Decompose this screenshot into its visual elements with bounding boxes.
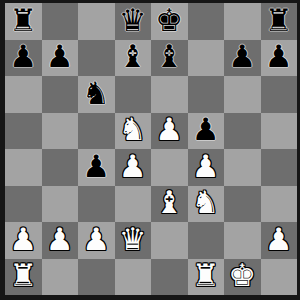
white-queen-d2: ♛ <box>119 224 147 255</box>
square-h1[interactable] <box>261 259 298 296</box>
square-d4[interactable]: ♟ <box>115 149 152 186</box>
square-e7[interactable]: ♝ <box>151 40 188 77</box>
square-b4[interactable] <box>42 149 79 186</box>
square-g1[interactable]: ♚ <box>224 259 261 296</box>
square-a8[interactable]: ♜ <box>5 3 42 40</box>
square-d1[interactable] <box>115 259 152 296</box>
square-d2[interactable]: ♛ <box>115 222 152 259</box>
white-pawn-c2: ♟ <box>82 224 110 255</box>
square-h8[interactable]: ♜ <box>261 3 298 40</box>
square-g4[interactable] <box>224 149 261 186</box>
square-d5[interactable]: ♞ <box>115 113 152 150</box>
square-f7[interactable] <box>188 40 225 77</box>
black-pawn-b7: ♟ <box>46 41 74 72</box>
white-bishop-e3: ♝ <box>155 187 183 218</box>
square-a4[interactable] <box>5 149 42 186</box>
black-rook-a8: ♜ <box>9 5 37 36</box>
white-king-g1: ♚ <box>228 260 256 291</box>
white-pawn-d4: ♟ <box>119 151 147 182</box>
black-pawn-a7: ♟ <box>9 41 37 72</box>
square-c7[interactable] <box>78 40 115 77</box>
black-bishop-e7: ♝ <box>155 41 183 72</box>
black-queen-d8: ♛ <box>119 5 147 36</box>
square-c8[interactable] <box>78 3 115 40</box>
square-d3[interactable] <box>115 186 152 223</box>
white-pawn-f4: ♟ <box>192 151 220 182</box>
black-rook-h8: ♜ <box>265 5 293 36</box>
white-rook-a1: ♜ <box>9 260 37 291</box>
square-e1[interactable] <box>151 259 188 296</box>
white-pawn-a2: ♟ <box>9 224 37 255</box>
square-a7[interactable]: ♟ <box>5 40 42 77</box>
square-g8[interactable] <box>224 3 261 40</box>
white-knight-f3: ♞ <box>192 187 220 218</box>
square-b7[interactable]: ♟ <box>42 40 79 77</box>
square-e2[interactable] <box>151 222 188 259</box>
black-knight-c6: ♞ <box>82 78 110 109</box>
square-b5[interactable] <box>42 113 79 150</box>
square-f8[interactable] <box>188 3 225 40</box>
black-king-e8: ♚ <box>155 5 183 36</box>
square-g3[interactable] <box>224 186 261 223</box>
square-a2[interactable]: ♟ <box>5 222 42 259</box>
black-pawn-f5: ♟ <box>192 114 220 145</box>
black-pawn-g7: ♟ <box>228 41 256 72</box>
square-c1[interactable] <box>78 259 115 296</box>
square-e5[interactable]: ♟ <box>151 113 188 150</box>
square-c6[interactable]: ♞ <box>78 76 115 113</box>
white-pawn-e5: ♟ <box>155 114 183 145</box>
square-c2[interactable]: ♟ <box>78 222 115 259</box>
black-bishop-d7: ♝ <box>119 41 147 72</box>
square-c5[interactable] <box>78 113 115 150</box>
square-c4[interactable]: ♟ <box>78 149 115 186</box>
square-d6[interactable] <box>115 76 152 113</box>
square-c3[interactable] <box>78 186 115 223</box>
white-rook-f1: ♜ <box>192 260 220 291</box>
square-f3[interactable]: ♞ <box>188 186 225 223</box>
square-a1[interactable]: ♜ <box>5 259 42 296</box>
square-h2[interactable]: ♟ <box>261 222 298 259</box>
square-f4[interactable]: ♟ <box>188 149 225 186</box>
square-a3[interactable] <box>5 186 42 223</box>
square-g7[interactable]: ♟ <box>224 40 261 77</box>
square-b8[interactable] <box>42 3 79 40</box>
square-h5[interactable] <box>261 113 298 150</box>
square-f5[interactable]: ♟ <box>188 113 225 150</box>
white-pawn-b2: ♟ <box>46 224 74 255</box>
square-b2[interactable]: ♟ <box>42 222 79 259</box>
square-g6[interactable] <box>224 76 261 113</box>
square-h4[interactable] <box>261 149 298 186</box>
square-h3[interactable] <box>261 186 298 223</box>
square-b1[interactable] <box>42 259 79 296</box>
square-a5[interactable] <box>5 113 42 150</box>
square-h6[interactable] <box>261 76 298 113</box>
chessboard: ♜♛♚♜♟♟♝♝♟♟♞♞♟♟♟♟♟♝♞♟♟♟♛♟♜♜♚ <box>5 3 297 295</box>
square-d8[interactable]: ♛ <box>115 3 152 40</box>
square-a6[interactable] <box>5 76 42 113</box>
square-e6[interactable] <box>151 76 188 113</box>
square-h7[interactable]: ♟ <box>261 40 298 77</box>
white-knight-d5: ♞ <box>119 114 147 145</box>
square-e8[interactable]: ♚ <box>151 3 188 40</box>
square-f2[interactable] <box>188 222 225 259</box>
black-pawn-c4: ♟ <box>82 151 110 182</box>
square-e3[interactable]: ♝ <box>151 186 188 223</box>
square-b3[interactable] <box>42 186 79 223</box>
square-f6[interactable] <box>188 76 225 113</box>
square-g5[interactable] <box>224 113 261 150</box>
square-d7[interactable]: ♝ <box>115 40 152 77</box>
black-pawn-h7: ♟ <box>265 41 293 72</box>
white-pawn-h2: ♟ <box>265 224 293 255</box>
square-b6[interactable] <box>42 76 79 113</box>
square-g2[interactable] <box>224 222 261 259</box>
square-e4[interactable] <box>151 149 188 186</box>
square-f1[interactable]: ♜ <box>188 259 225 296</box>
chessboard-frame: ♜♛♚♜♟♟♝♝♟♟♞♞♟♟♟♟♟♝♞♟♟♟♛♟♜♜♚ <box>0 0 300 300</box>
